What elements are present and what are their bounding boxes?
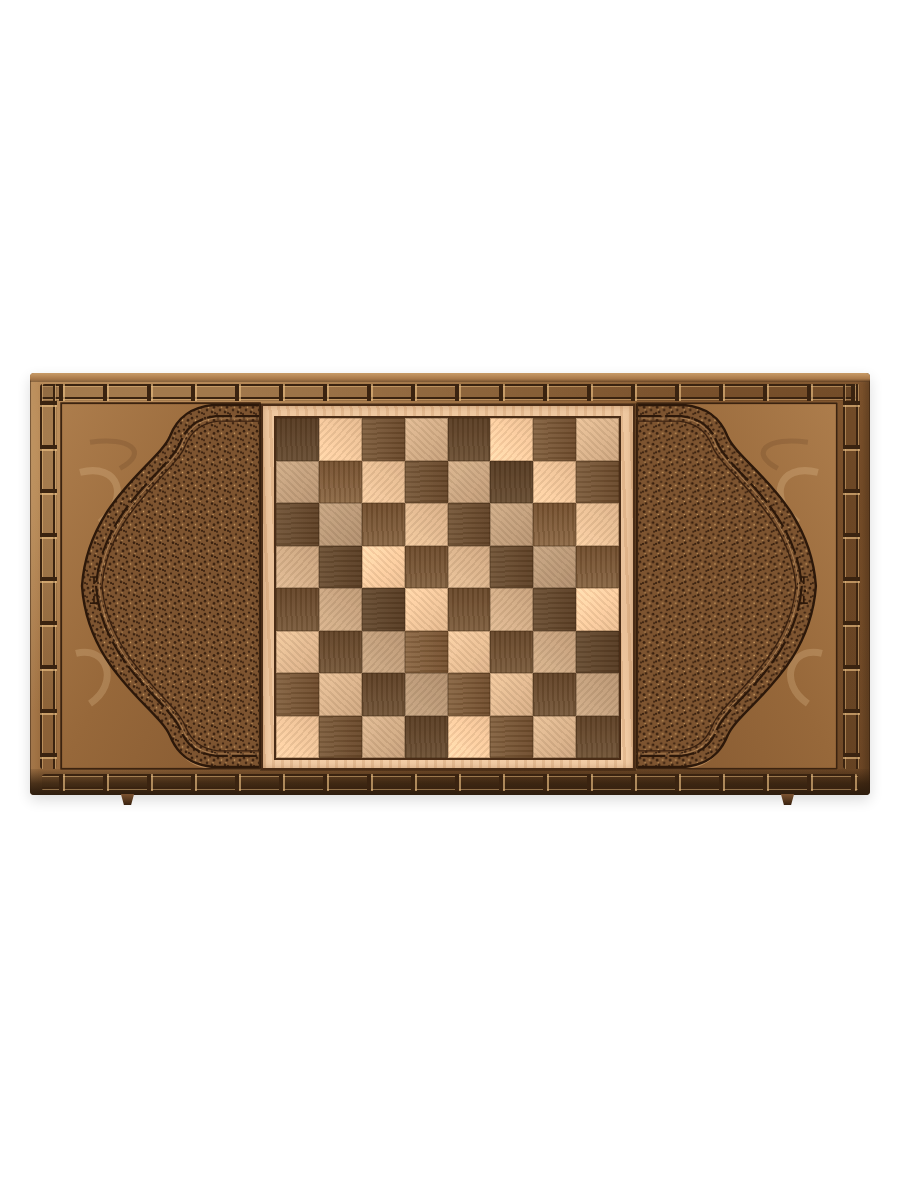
square-e4[interactable]	[448, 588, 491, 631]
square-a7[interactable]	[276, 461, 319, 504]
chessboard-frame	[261, 404, 635, 770]
square-c6[interactable]	[362, 503, 405, 546]
square-g7[interactable]	[533, 461, 576, 504]
square-c1[interactable]	[362, 716, 405, 759]
case-foot-left	[120, 794, 135, 805]
carved-arch-panel-left	[60, 402, 261, 770]
square-g8[interactable]	[533, 418, 576, 461]
square-e8[interactable]	[448, 418, 491, 461]
square-g3[interactable]	[533, 631, 576, 674]
square-a3[interactable]	[276, 631, 319, 674]
case-foot-right	[780, 794, 795, 805]
square-b8[interactable]	[319, 418, 362, 461]
square-g5[interactable]	[533, 546, 576, 589]
square-a5[interactable]	[276, 546, 319, 589]
square-b7[interactable]	[319, 461, 362, 504]
square-f8[interactable]	[490, 418, 533, 461]
carved-arch-panel-right	[636, 402, 838, 770]
square-g6[interactable]	[533, 503, 576, 546]
square-a1[interactable]	[276, 716, 319, 759]
square-d1[interactable]	[405, 716, 448, 759]
square-h3[interactable]	[576, 631, 619, 674]
square-h2[interactable]	[576, 673, 619, 716]
square-d2[interactable]	[405, 673, 448, 716]
carved-border-top	[42, 384, 858, 401]
square-c3[interactable]	[362, 631, 405, 674]
carved-border-left	[40, 384, 57, 769]
carved-backgammon-case	[30, 373, 870, 795]
square-h1[interactable]	[576, 716, 619, 759]
square-e2[interactable]	[448, 673, 491, 716]
square-h5[interactable]	[576, 546, 619, 589]
square-d4[interactable]	[405, 588, 448, 631]
square-e1[interactable]	[448, 716, 491, 759]
square-d8[interactable]	[405, 418, 448, 461]
square-e6[interactable]	[448, 503, 491, 546]
square-b5[interactable]	[319, 546, 362, 589]
product-photo	[0, 0, 900, 1200]
square-h6[interactable]	[576, 503, 619, 546]
carved-border-right	[843, 384, 860, 769]
square-c7[interactable]	[362, 461, 405, 504]
square-c5[interactable]	[362, 546, 405, 589]
square-d3[interactable]	[405, 631, 448, 674]
square-f1[interactable]	[490, 716, 533, 759]
square-d7[interactable]	[405, 461, 448, 504]
square-f4[interactable]	[490, 588, 533, 631]
case-top-bevel	[30, 373, 870, 382]
square-h7[interactable]	[576, 461, 619, 504]
square-a6[interactable]	[276, 503, 319, 546]
square-f7[interactable]	[490, 461, 533, 504]
square-b4[interactable]	[319, 588, 362, 631]
chessboard[interactable]	[276, 418, 619, 758]
square-c4[interactable]	[362, 588, 405, 631]
square-a4[interactable]	[276, 588, 319, 631]
carved-border-bottom	[42, 774, 858, 791]
square-f5[interactable]	[490, 546, 533, 589]
square-f6[interactable]	[490, 503, 533, 546]
square-e7[interactable]	[448, 461, 491, 504]
square-e5[interactable]	[448, 546, 491, 589]
square-b3[interactable]	[319, 631, 362, 674]
square-b6[interactable]	[319, 503, 362, 546]
square-b1[interactable]	[319, 716, 362, 759]
square-h4[interactable]	[576, 588, 619, 631]
square-d6[interactable]	[405, 503, 448, 546]
square-c2[interactable]	[362, 673, 405, 716]
square-b2[interactable]	[319, 673, 362, 716]
square-d5[interactable]	[405, 546, 448, 589]
square-f3[interactable]	[490, 631, 533, 674]
arch-carving	[636, 402, 838, 770]
square-g2[interactable]	[533, 673, 576, 716]
square-c8[interactable]	[362, 418, 405, 461]
square-a8[interactable]	[276, 418, 319, 461]
arch-carving	[60, 402, 261, 770]
square-g4[interactable]	[533, 588, 576, 631]
square-e3[interactable]	[448, 631, 491, 674]
square-h8[interactable]	[576, 418, 619, 461]
square-f2[interactable]	[490, 673, 533, 716]
square-a2[interactable]	[276, 673, 319, 716]
square-g1[interactable]	[533, 716, 576, 759]
